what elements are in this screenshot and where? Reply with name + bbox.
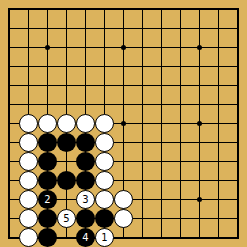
intersection-D5[interactable] [57, 152, 76, 171]
intersection-G7[interactable] [114, 114, 133, 133]
grid-line-vertical [9, 76, 10, 95]
grid-line-vertical [180, 209, 181, 228]
intersection-M2[interactable] [209, 209, 228, 228]
grid-line-vertical [218, 152, 219, 171]
white-stone[interactable] [76, 114, 95, 133]
intersection-N6[interactable] [228, 133, 247, 152]
intersection-J13[interactable] [152, 0, 171, 19]
white-stone[interactable] [114, 190, 133, 209]
grid-line-vertical [85, 9, 86, 19]
intersection-D12[interactable] [57, 19, 76, 38]
intersection-G2[interactable] [114, 209, 133, 228]
intersection-E4[interactable] [76, 171, 95, 190]
white-stone[interactable] [57, 114, 76, 133]
intersection-C6[interactable] [38, 133, 57, 152]
grid-line-horizontal [9, 28, 19, 29]
intersection-L1[interactable] [190, 228, 209, 247]
intersection-M8[interactable] [209, 95, 228, 114]
intersection-F3[interactable] [95, 190, 114, 209]
white-stone-move-5[interactable]: 5 [57, 209, 76, 228]
intersection-F8[interactable] [95, 95, 114, 114]
intersection-C2[interactable] [38, 209, 57, 228]
black-stone[interactable] [38, 209, 57, 228]
grid-line-vertical [199, 228, 200, 238]
intersection-F7[interactable] [95, 114, 114, 133]
intersection-H6[interactable] [133, 133, 152, 152]
intersection-H9[interactable] [133, 76, 152, 95]
intersection-K11[interactable] [171, 38, 190, 57]
black-stone[interactable] [76, 152, 95, 171]
grid-line-vertical [66, 152, 67, 171]
intersection-K3[interactable] [171, 190, 190, 209]
intersection-L3[interactable] [190, 190, 209, 209]
grid-line-vertical [123, 228, 124, 238]
grid-line-vertical [142, 133, 143, 152]
intersection-J2[interactable] [152, 209, 171, 228]
grid-line-vertical [123, 152, 124, 171]
intersection-M5[interactable] [209, 152, 228, 171]
intersection-G11[interactable] [114, 38, 133, 57]
intersection-L11[interactable] [190, 38, 209, 57]
intersection-N4[interactable] [228, 171, 247, 190]
grid-line-vertical [161, 133, 162, 152]
intersection-D6[interactable] [57, 133, 76, 152]
grid-line-vertical [180, 19, 181, 38]
intersection-D1[interactable] [57, 228, 76, 247]
intersection-N1[interactable] [228, 228, 247, 247]
intersection-E7[interactable] [76, 114, 95, 133]
intersection-G9[interactable] [114, 76, 133, 95]
intersection-F2[interactable] [95, 209, 114, 228]
intersection-G10[interactable] [114, 57, 133, 76]
intersection-B8[interactable] [19, 95, 38, 114]
grid-line-vertical [104, 76, 105, 95]
intersection-G12[interactable] [114, 19, 133, 38]
star-point [45, 45, 50, 50]
intersection-H7[interactable] [133, 114, 152, 133]
grid-line-vertical [199, 9, 200, 19]
grid-line-horizontal [9, 199, 19, 200]
black-stone[interactable] [95, 209, 114, 228]
grid-line-vertical [47, 76, 48, 95]
intersection-A8[interactable] [0, 95, 19, 114]
star-point [121, 45, 126, 50]
black-stone[interactable] [38, 171, 57, 190]
intersection-M7[interactable] [209, 114, 228, 133]
intersection-M1[interactable] [209, 228, 228, 247]
white-stone[interactable] [95, 152, 114, 171]
intersection-A5[interactable] [0, 152, 19, 171]
intersection-F10[interactable] [95, 57, 114, 76]
grid-line-horizontal [9, 123, 19, 124]
intersection-D10[interactable] [57, 57, 76, 76]
grid-line-vertical [142, 228, 143, 238]
grid-line-vertical [123, 19, 124, 38]
intersection-L7[interactable] [190, 114, 209, 133]
white-stone[interactable] [19, 171, 38, 190]
grid-line-vertical [66, 57, 67, 76]
intersection-M9[interactable] [209, 76, 228, 95]
intersection-L2[interactable] [190, 209, 209, 228]
grid-line-vertical [180, 38, 181, 57]
intersection-K12[interactable] [171, 19, 190, 38]
intersection-J4[interactable] [152, 171, 171, 190]
intersection-G13[interactable] [114, 0, 133, 19]
intersection-C10[interactable] [38, 57, 57, 76]
grid-line-vertical [9, 9, 10, 19]
black-stone[interactable] [76, 133, 95, 152]
intersection-C4[interactable] [38, 171, 57, 190]
intersection-C11[interactable] [38, 38, 57, 57]
intersection-M12[interactable] [209, 19, 228, 38]
grid-line-vertical [199, 76, 200, 95]
intersection-H1[interactable] [133, 228, 152, 247]
intersection-M4[interactable] [209, 171, 228, 190]
grid-line-vertical [218, 209, 219, 228]
grid-line-vertical [28, 19, 29, 38]
intersection-M11[interactable] [209, 38, 228, 57]
intersection-K8[interactable] [171, 95, 190, 114]
intersection-E8[interactable] [76, 95, 95, 114]
intersection-J1[interactable] [152, 228, 171, 247]
grid-line-vertical [142, 152, 143, 171]
intersection-A3[interactable] [0, 190, 19, 209]
intersection-J5[interactable] [152, 152, 171, 171]
white-stone[interactable] [114, 209, 133, 228]
intersection-C3[interactable]: 2 [38, 190, 57, 209]
intersection-D2[interactable]: 5 [57, 209, 76, 228]
grid-line-vertical [66, 9, 67, 19]
grid-line-vertical [218, 228, 219, 238]
grid-line-vertical [9, 133, 10, 152]
black-stone[interactable] [38, 152, 57, 171]
intersection-J6[interactable] [152, 133, 171, 152]
intersection-D9[interactable] [57, 76, 76, 95]
intersection-L10[interactable] [190, 57, 209, 76]
intersection-A2[interactable] [0, 209, 19, 228]
intersection-E1[interactable]: 4 [76, 228, 95, 247]
grid-line-vertical [199, 171, 200, 190]
grid-line-vertical [142, 57, 143, 76]
intersection-A12[interactable] [0, 19, 19, 38]
white-stone[interactable] [19, 152, 38, 171]
white-stone[interactable] [19, 133, 38, 152]
white-stone[interactable] [19, 190, 38, 209]
grid-line-vertical [237, 19, 238, 38]
grid-line-horizontal [9, 85, 19, 86]
grid-line-horizontal [9, 218, 19, 219]
intersection-A10[interactable] [0, 57, 19, 76]
intersection-K4[interactable] [171, 171, 190, 190]
move-number-label: 1 [101, 233, 107, 243]
intersection-F11[interactable] [95, 38, 114, 57]
white-stone-move-1[interactable]: 1 [95, 228, 114, 247]
grid-line-vertical [180, 95, 181, 114]
star-point [197, 197, 202, 202]
grid-line-vertical [9, 152, 10, 171]
intersection-C12[interactable] [38, 19, 57, 38]
intersection-N12[interactable] [228, 19, 247, 38]
black-stone[interactable] [76, 171, 95, 190]
grid-line-vertical [199, 133, 200, 152]
intersection-M3[interactable] [209, 190, 228, 209]
grid-line-vertical [161, 190, 162, 209]
grid-line-vertical [104, 95, 105, 114]
intersection-J8[interactable] [152, 95, 171, 114]
intersection-C9[interactable] [38, 76, 57, 95]
intersection-H4[interactable] [133, 171, 152, 190]
intersection-N7[interactable] [228, 114, 247, 133]
white-stone[interactable] [95, 190, 114, 209]
grid-line-vertical [9, 38, 10, 57]
grid-line-vertical [199, 19, 200, 38]
intersection-F6[interactable] [95, 133, 114, 152]
intersection-G6[interactable] [114, 133, 133, 152]
intersection-C1[interactable] [38, 228, 57, 247]
grid-line-vertical [28, 95, 29, 114]
grid-line-vertical [161, 228, 162, 238]
intersection-E10[interactable] [76, 57, 95, 76]
intersection-G3[interactable] [114, 190, 133, 209]
intersection-L12[interactable] [190, 19, 209, 38]
intersection-H13[interactable] [133, 0, 152, 19]
grid-line-vertical [85, 76, 86, 95]
intersection-K9[interactable] [171, 76, 190, 95]
grid-line-vertical [28, 9, 29, 19]
grid-line-vertical [9, 190, 10, 209]
intersection-A4[interactable] [0, 171, 19, 190]
intersection-N3[interactable] [228, 190, 247, 209]
grid-line-vertical [123, 171, 124, 190]
intersection-L6[interactable] [190, 133, 209, 152]
grid-line-vertical [218, 190, 219, 209]
grid-line-vertical [123, 133, 124, 152]
intersection-C5[interactable] [38, 152, 57, 171]
grid-line-vertical [237, 114, 238, 133]
intersection-K5[interactable] [171, 152, 190, 171]
intersection-E3[interactable]: 3 [76, 190, 95, 209]
grid-line-vertical [123, 57, 124, 76]
intersection-F4[interactable] [95, 171, 114, 190]
grid-line-vertical [180, 133, 181, 152]
intersection-K10[interactable] [171, 57, 190, 76]
intersection-A7[interactable] [0, 114, 19, 133]
intersection-F5[interactable] [95, 152, 114, 171]
intersection-C7[interactable] [38, 114, 57, 133]
intersection-A11[interactable] [0, 38, 19, 57]
grid-line-vertical [161, 114, 162, 133]
grid-line-vertical [47, 95, 48, 114]
intersection-L8[interactable] [190, 95, 209, 114]
grid-line-vertical [142, 190, 143, 209]
intersection-J7[interactable] [152, 114, 171, 133]
grid-line-vertical [199, 152, 200, 171]
intersection-A9[interactable] [0, 76, 19, 95]
intersection-B13[interactable] [19, 0, 38, 19]
intersection-B9[interactable] [19, 76, 38, 95]
intersection-B6[interactable] [19, 133, 38, 152]
intersection-C8[interactable] [38, 95, 57, 114]
intersection-K13[interactable] [171, 0, 190, 19]
intersection-K7[interactable] [171, 114, 190, 133]
white-stone[interactable] [19, 228, 38, 247]
grid-line-vertical [104, 19, 105, 38]
intersection-G8[interactable] [114, 95, 133, 114]
grid-line-vertical [237, 190, 238, 209]
intersection-N13[interactable] [228, 0, 247, 19]
intersection-C13[interactable] [38, 0, 57, 19]
grid-line-vertical [180, 76, 181, 95]
grid-line-vertical [66, 19, 67, 38]
intersection-M10[interactable] [209, 57, 228, 76]
intersection-J3[interactable] [152, 190, 171, 209]
intersection-H8[interactable] [133, 95, 152, 114]
intersection-B1[interactable] [19, 228, 38, 247]
intersection-J12[interactable] [152, 19, 171, 38]
grid-line-vertical [218, 95, 219, 114]
grid-line-vertical [161, 38, 162, 57]
grid-line-vertical [9, 95, 10, 114]
intersection-A1[interactable] [0, 228, 19, 247]
star-point [197, 45, 202, 50]
intersection-D4[interactable] [57, 171, 76, 190]
intersection-F12[interactable] [95, 19, 114, 38]
white-stone[interactable] [19, 209, 38, 228]
grid-line-vertical [28, 76, 29, 95]
grid-line-vertical [85, 19, 86, 38]
intersection-K2[interactable] [171, 209, 190, 228]
intersection-B7[interactable] [19, 114, 38, 133]
intersection-G1[interactable] [114, 228, 133, 247]
intersection-H5[interactable] [133, 152, 152, 171]
grid-line-vertical [237, 171, 238, 190]
grid-line-vertical [161, 76, 162, 95]
grid-line-vertical [66, 190, 67, 209]
intersection-N11[interactable] [228, 38, 247, 57]
grid-line-vertical [142, 9, 143, 19]
intersection-D13[interactable] [57, 0, 76, 19]
grid-line-vertical [180, 114, 181, 133]
grid-line-vertical [9, 57, 10, 76]
intersection-K1[interactable] [171, 228, 190, 247]
intersection-M13[interactable] [209, 0, 228, 19]
intersection-E12[interactable] [76, 19, 95, 38]
grid-line-vertical [85, 38, 86, 57]
intersection-G4[interactable] [114, 171, 133, 190]
intersection-H2[interactable] [133, 209, 152, 228]
intersection-D11[interactable] [57, 38, 76, 57]
intersection-K6[interactable] [171, 133, 190, 152]
intersection-N8[interactable] [228, 95, 247, 114]
intersection-B10[interactable] [19, 57, 38, 76]
intersection-L13[interactable] [190, 0, 209, 19]
intersection-L9[interactable] [190, 76, 209, 95]
intersection-F1[interactable]: 1 [95, 228, 114, 247]
grid-line-vertical [161, 57, 162, 76]
intersection-E5[interactable] [76, 152, 95, 171]
intersection-B4[interactable] [19, 171, 38, 190]
intersection-E6[interactable] [76, 133, 95, 152]
intersection-B5[interactable] [19, 152, 38, 171]
white-stone-move-3[interactable]: 3 [76, 190, 95, 209]
intersection-H12[interactable] [133, 19, 152, 38]
grid-line-vertical [218, 57, 219, 76]
white-stone[interactable] [19, 114, 38, 133]
grid-line-vertical [161, 19, 162, 38]
go-board-diagram: 23541 [0, 0, 247, 247]
intersection-D8[interactable] [57, 95, 76, 114]
black-stone[interactable] [38, 228, 57, 247]
white-stone[interactable] [95, 171, 114, 190]
black-stone-move-4[interactable]: 4 [76, 228, 95, 247]
intersection-G5[interactable] [114, 152, 133, 171]
star-point [121, 121, 126, 126]
grid-line-vertical [47, 19, 48, 38]
intersection-J9[interactable] [152, 76, 171, 95]
intersection-F13[interactable] [95, 0, 114, 19]
intersection-B2[interactable] [19, 209, 38, 228]
intersection-N10[interactable] [228, 57, 247, 76]
intersection-E9[interactable] [76, 76, 95, 95]
grid-line-vertical [142, 209, 143, 228]
intersection-N5[interactable] [228, 152, 247, 171]
white-stone[interactable] [95, 133, 114, 152]
intersection-D7[interactable] [57, 114, 76, 133]
grid-line-vertical [9, 114, 10, 133]
grid-line-vertical [180, 190, 181, 209]
intersection-D3[interactable] [57, 190, 76, 209]
intersection-L4[interactable] [190, 171, 209, 190]
intersection-E13[interactable] [76, 0, 95, 19]
white-stone[interactable] [95, 114, 114, 133]
grid-line-vertical [66, 95, 67, 114]
intersection-F9[interactable] [95, 76, 114, 95]
intersection-H10[interactable] [133, 57, 152, 76]
grid-line-vertical [218, 114, 219, 133]
intersection-H3[interactable] [133, 190, 152, 209]
intersection-B3[interactable] [19, 190, 38, 209]
grid-line-vertical [66, 76, 67, 95]
grid-line-horizontal [9, 104, 19, 105]
intersection-J10[interactable] [152, 57, 171, 76]
intersection-M6[interactable] [209, 133, 228, 152]
grid-line-vertical [161, 152, 162, 171]
grid-line-vertical [9, 228, 10, 238]
black-stone[interactable] [57, 171, 76, 190]
intersection-A13[interactable] [0, 0, 19, 19]
grid-line-vertical [85, 57, 86, 76]
black-stone[interactable] [57, 133, 76, 152]
intersection-N9[interactable] [228, 76, 247, 95]
intersection-E2[interactable] [76, 209, 95, 228]
white-stone[interactable] [38, 114, 57, 133]
black-stone[interactable] [76, 209, 95, 228]
intersection-H11[interactable] [133, 38, 152, 57]
grid-line-vertical [104, 38, 105, 57]
intersection-B11[interactable] [19, 38, 38, 57]
intersection-E11[interactable] [76, 38, 95, 57]
grid-line-vertical [104, 57, 105, 76]
intersection-A6[interactable] [0, 133, 19, 152]
black-stone[interactable] [38, 133, 57, 152]
black-stone-move-2[interactable]: 2 [38, 190, 57, 209]
intersection-J11[interactable] [152, 38, 171, 57]
intersection-N2[interactable] [228, 209, 247, 228]
grid-line-horizontal [9, 9, 19, 10]
intersection-L5[interactable] [190, 152, 209, 171]
intersection-B12[interactable] [19, 19, 38, 38]
grid-line-vertical [218, 9, 219, 19]
